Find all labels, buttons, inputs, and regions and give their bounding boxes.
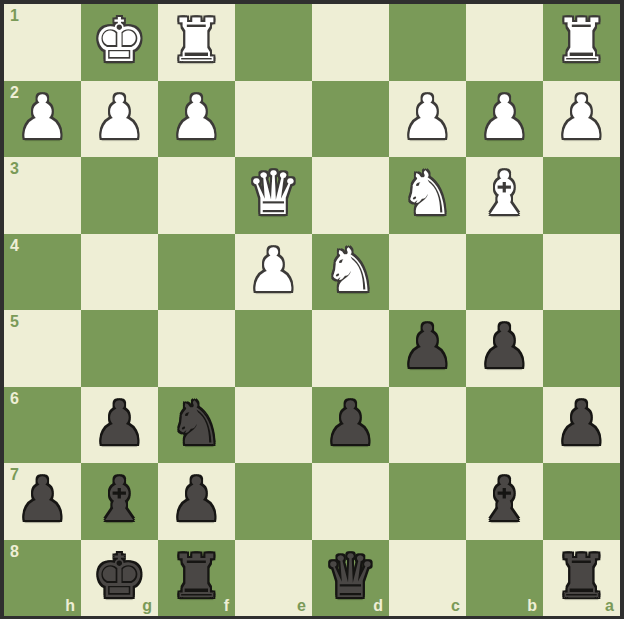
square-f8[interactable]: ♜f xyxy=(158,540,235,617)
square-a2[interactable]: ♟ xyxy=(543,81,620,158)
square-b3[interactable]: ♝ xyxy=(466,157,543,234)
square-g2[interactable]: ♟ xyxy=(81,81,158,158)
square-h3[interactable]: 3 xyxy=(4,157,81,234)
square-d7[interactable] xyxy=(312,463,389,540)
square-b5[interactable]: ♟ xyxy=(466,310,543,387)
square-d6[interactable]: ♟ xyxy=(312,387,389,464)
black-pawn[interactable]: ♟ xyxy=(324,393,378,453)
square-g1[interactable]: ♚ xyxy=(81,4,158,81)
square-f4[interactable] xyxy=(158,234,235,311)
white-bishop[interactable]: ♝ xyxy=(478,163,532,223)
square-h4[interactable]: 4 xyxy=(4,234,81,311)
square-h1[interactable]: 1 xyxy=(4,4,81,81)
square-d1[interactable] xyxy=(312,4,389,81)
square-f3[interactable] xyxy=(158,157,235,234)
square-g6[interactable]: ♟ xyxy=(81,387,158,464)
black-bishop[interactable]: ♝ xyxy=(478,469,532,529)
file-label-c: c xyxy=(451,598,460,614)
square-e5[interactable] xyxy=(235,310,312,387)
square-e4[interactable]: ♟ xyxy=(235,234,312,311)
square-c4[interactable] xyxy=(389,234,466,311)
square-e3[interactable]: ♛ xyxy=(235,157,312,234)
black-queen[interactable]: ♛ xyxy=(324,546,378,606)
square-b7[interactable]: ♝ xyxy=(466,463,543,540)
square-a6[interactable]: ♟ xyxy=(543,387,620,464)
square-e6[interactable] xyxy=(235,387,312,464)
black-pawn[interactable]: ♟ xyxy=(555,393,609,453)
square-a1[interactable]: ♜ xyxy=(543,4,620,81)
square-c3[interactable]: ♞ xyxy=(389,157,466,234)
square-e8[interactable]: e xyxy=(235,540,312,617)
black-pawn[interactable]: ♟ xyxy=(401,316,455,376)
square-g4[interactable] xyxy=(81,234,158,311)
square-h8[interactable]: 8h xyxy=(4,540,81,617)
square-f7[interactable]: ♟ xyxy=(158,463,235,540)
black-rook[interactable]: ♜ xyxy=(170,546,224,606)
rank-label-3: 3 xyxy=(10,161,19,177)
rank-label-8: 8 xyxy=(10,544,19,560)
rank-label-6: 6 xyxy=(10,391,19,407)
square-d3[interactable] xyxy=(312,157,389,234)
white-pawn[interactable]: ♟ xyxy=(16,87,70,147)
white-rook[interactable]: ♜ xyxy=(170,10,224,70)
square-c8[interactable]: c xyxy=(389,540,466,617)
square-e7[interactable] xyxy=(235,463,312,540)
square-d4[interactable]: ♞ xyxy=(312,234,389,311)
black-pawn[interactable]: ♟ xyxy=(170,469,224,529)
square-h6[interactable]: 6 xyxy=(4,387,81,464)
square-h5[interactable]: 5 xyxy=(4,310,81,387)
square-b4[interactable] xyxy=(466,234,543,311)
square-e1[interactable] xyxy=(235,4,312,81)
square-f1[interactable]: ♜ xyxy=(158,4,235,81)
black-pawn[interactable]: ♟ xyxy=(93,393,147,453)
square-d5[interactable] xyxy=(312,310,389,387)
white-queen[interactable]: ♛ xyxy=(247,163,301,223)
white-pawn[interactable]: ♟ xyxy=(247,240,301,300)
square-a5[interactable] xyxy=(543,310,620,387)
square-f2[interactable]: ♟ xyxy=(158,81,235,158)
square-h7[interactable]: 7♟ xyxy=(4,463,81,540)
square-b2[interactable]: ♟ xyxy=(466,81,543,158)
rank-label-4: 4 xyxy=(10,238,19,254)
file-label-h: h xyxy=(65,598,75,614)
square-a3[interactable] xyxy=(543,157,620,234)
square-c5[interactable]: ♟ xyxy=(389,310,466,387)
square-b1[interactable] xyxy=(466,4,543,81)
square-b6[interactable] xyxy=(466,387,543,464)
square-a4[interactable] xyxy=(543,234,620,311)
square-g8[interactable]: ♚g xyxy=(81,540,158,617)
square-g7[interactable]: ♝ xyxy=(81,463,158,540)
file-label-f: f xyxy=(224,598,229,614)
black-pawn[interactable]: ♟ xyxy=(478,316,532,376)
white-knight[interactable]: ♞ xyxy=(401,163,455,223)
square-d8[interactable]: ♛d xyxy=(312,540,389,617)
chess-board: 1♚♜♜2♟♟♟♟♟♟3♛♞♝4♟♞5♟♟6♟♞♟♟7♟♝♟♝8h♚g♜fe♛d… xyxy=(0,0,624,619)
square-c2[interactable]: ♟ xyxy=(389,81,466,158)
white-rook[interactable]: ♜ xyxy=(555,10,609,70)
white-pawn[interactable]: ♟ xyxy=(93,87,147,147)
white-knight[interactable]: ♞ xyxy=(324,240,378,300)
square-c6[interactable] xyxy=(389,387,466,464)
white-pawn[interactable]: ♟ xyxy=(555,87,609,147)
file-label-e: e xyxy=(297,598,306,614)
square-h2[interactable]: 2♟ xyxy=(4,81,81,158)
square-g5[interactable] xyxy=(81,310,158,387)
black-pawn[interactable]: ♟ xyxy=(16,469,70,529)
white-pawn[interactable]: ♟ xyxy=(170,87,224,147)
white-pawn[interactable]: ♟ xyxy=(401,87,455,147)
square-c1[interactable] xyxy=(389,4,466,81)
square-d2[interactable] xyxy=(312,81,389,158)
file-label-b: b xyxy=(527,598,537,614)
rank-label-5: 5 xyxy=(10,314,19,330)
square-c7[interactable] xyxy=(389,463,466,540)
square-e2[interactable] xyxy=(235,81,312,158)
black-bishop[interactable]: ♝ xyxy=(93,469,147,529)
square-a7[interactable] xyxy=(543,463,620,540)
black-rook[interactable]: ♜ xyxy=(555,546,609,606)
black-king[interactable]: ♚ xyxy=(93,546,147,606)
white-pawn[interactable]: ♟ xyxy=(478,87,532,147)
rank-label-1: 1 xyxy=(10,8,19,24)
black-knight[interactable]: ♞ xyxy=(170,393,224,453)
square-a8[interactable]: ♜a xyxy=(543,540,620,617)
white-king[interactable]: ♚ xyxy=(93,10,147,70)
square-g3[interactable] xyxy=(81,157,158,234)
square-b8[interactable]: b xyxy=(466,540,543,617)
square-f5[interactable] xyxy=(158,310,235,387)
square-f6[interactable]: ♞ xyxy=(158,387,235,464)
